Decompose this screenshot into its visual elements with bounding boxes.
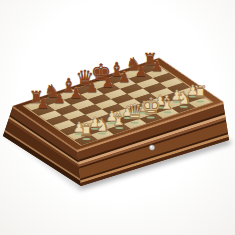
piece-white-knight: ♞ (94, 115, 110, 134)
piece-white-queen: ♛ (125, 102, 144, 124)
piece-black-pawn: ♟ (151, 59, 164, 73)
piece-white-knight: ♞ (175, 89, 191, 108)
piece-black-pawn: ♟ (135, 64, 148, 78)
piece-black-pawn: ♟ (37, 96, 50, 110)
piece-black-pawn: ♟ (102, 75, 115, 89)
piece-black-pawn: ♟ (70, 86, 83, 100)
piece-white-bishop: ♝ (110, 109, 127, 129)
piece-black-pawn: ♟ (118, 70, 131, 84)
piece-black-pawn: ♟ (86, 80, 99, 94)
drawer-knob-glint (150, 146, 152, 148)
piece-black-pawn: ♟ (53, 91, 66, 105)
piece-white-rook: ♜ (78, 122, 93, 140)
drawer-knob (149, 145, 154, 150)
piece-white-rook: ♜ (192, 84, 207, 102)
product-photo-chess-set: ♜♟♟♜♞♟♟♞♝♟♟♝♚♟♟♚♛♟♟♛♝♟♟♝♞♟♟♞♜♟♟♜ (0, 0, 235, 235)
square-a1: ♜ (74, 135, 97, 145)
